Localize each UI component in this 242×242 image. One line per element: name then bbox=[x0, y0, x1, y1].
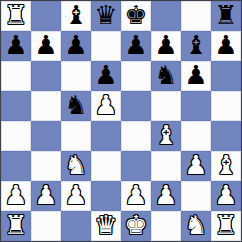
black-pawn-e7: ♟ bbox=[124, 31, 147, 60]
black-pawn-a7: ♟ bbox=[4, 31, 27, 60]
square-b2[interactable]: ♟ bbox=[31, 181, 61, 211]
square-b3[interactable] bbox=[31, 151, 61, 181]
square-b8[interactable] bbox=[31, 1, 61, 31]
chess-board: ♜♝♛♚♜♟♟♟♟♟♝♟♟♞♟♞♟♝♞♟♝♟♟♟♟♟♟♜♛♚♞♜ bbox=[0, 0, 242, 242]
square-f5[interactable] bbox=[151, 91, 181, 121]
square-e5[interactable] bbox=[121, 91, 151, 121]
square-h5[interactable] bbox=[211, 91, 241, 121]
white-pawn-c2: ♟ bbox=[64, 181, 87, 210]
chess-board-container: ♜♝♛♚♜♟♟♟♟♟♝♟♟♞♟♞♟♝♞♟♝♟♟♟♟♟♟♜♛♚♞♜ bbox=[0, 0, 242, 242]
square-d6[interactable]: ♟ bbox=[91, 61, 121, 91]
black-pawn-g6: ♟ bbox=[184, 61, 207, 90]
square-b6[interactable] bbox=[31, 61, 61, 91]
white-bishop-f4: ♝ bbox=[154, 121, 177, 150]
white-pawn-e2: ♟ bbox=[124, 181, 147, 210]
black-pawn-b7: ♟ bbox=[34, 31, 57, 60]
black-pawn-h7: ♟ bbox=[214, 31, 237, 60]
black-pawn-d6: ♟ bbox=[94, 61, 117, 90]
square-d4[interactable] bbox=[91, 121, 121, 151]
square-h2[interactable]: ♟ bbox=[211, 181, 241, 211]
white-knight-g1: ♞ bbox=[184, 211, 207, 240]
black-knight-c5: ♞ bbox=[64, 91, 87, 120]
white-pawn-d5: ♟ bbox=[94, 91, 117, 120]
white-pawn-f2: ♟ bbox=[154, 181, 177, 210]
square-f8[interactable] bbox=[151, 1, 181, 31]
black-bishop-c8: ♝ bbox=[64, 1, 87, 30]
square-f4[interactable]: ♝ bbox=[151, 121, 181, 151]
square-a1[interactable]: ♜ bbox=[1, 211, 31, 241]
square-d5[interactable]: ♟ bbox=[91, 91, 121, 121]
square-f1[interactable] bbox=[151, 211, 181, 241]
square-d7[interactable] bbox=[91, 31, 121, 61]
black-rook-h8: ♜ bbox=[214, 1, 237, 30]
square-a6[interactable] bbox=[1, 61, 31, 91]
black-bishop-g7: ♝ bbox=[184, 31, 207, 60]
square-c6[interactable] bbox=[61, 61, 91, 91]
square-h6[interactable] bbox=[211, 61, 241, 91]
square-h1[interactable]: ♜ bbox=[211, 211, 241, 241]
square-b1[interactable] bbox=[31, 211, 61, 241]
square-d8[interactable]: ♛ bbox=[91, 1, 121, 31]
square-g2[interactable] bbox=[181, 181, 211, 211]
white-pawn-h2: ♟ bbox=[214, 181, 237, 210]
white-rook-a8: ♜ bbox=[4, 1, 27, 30]
square-g3[interactable]: ♟ bbox=[181, 151, 211, 181]
square-c7[interactable]: ♟ bbox=[61, 31, 91, 61]
square-a5[interactable] bbox=[1, 91, 31, 121]
square-e2[interactable]: ♟ bbox=[121, 181, 151, 211]
square-e4[interactable] bbox=[121, 121, 151, 151]
square-f2[interactable]: ♟ bbox=[151, 181, 181, 211]
square-e8[interactable]: ♚ bbox=[121, 1, 151, 31]
square-g1[interactable]: ♞ bbox=[181, 211, 211, 241]
square-c4[interactable] bbox=[61, 121, 91, 151]
square-d1[interactable]: ♛ bbox=[91, 211, 121, 241]
square-c3[interactable]: ♞ bbox=[61, 151, 91, 181]
square-a4[interactable] bbox=[1, 121, 31, 151]
square-d3[interactable] bbox=[91, 151, 121, 181]
square-f6[interactable]: ♞ bbox=[151, 61, 181, 91]
white-pawn-g3: ♟ bbox=[184, 151, 207, 180]
white-pawn-a2: ♟ bbox=[4, 181, 27, 210]
square-h4[interactable] bbox=[211, 121, 241, 151]
white-knight-c3: ♞ bbox=[64, 151, 87, 180]
square-a8[interactable]: ♜ bbox=[1, 1, 31, 31]
white-bishop-h3: ♝ bbox=[214, 151, 237, 180]
square-e7[interactable]: ♟ bbox=[121, 31, 151, 61]
square-h7[interactable]: ♟ bbox=[211, 31, 241, 61]
square-h3[interactable]: ♝ bbox=[211, 151, 241, 181]
square-f7[interactable]: ♟ bbox=[151, 31, 181, 61]
square-a2[interactable]: ♟ bbox=[1, 181, 31, 211]
square-c5[interactable]: ♞ bbox=[61, 91, 91, 121]
square-c1[interactable] bbox=[61, 211, 91, 241]
white-queen-d1: ♛ bbox=[94, 211, 117, 240]
square-g8[interactable] bbox=[181, 1, 211, 31]
square-a3[interactable] bbox=[1, 151, 31, 181]
square-c2[interactable]: ♟ bbox=[61, 181, 91, 211]
square-f3[interactable] bbox=[151, 151, 181, 181]
square-e1[interactable]: ♚ bbox=[121, 211, 151, 241]
square-e3[interactable] bbox=[121, 151, 151, 181]
black-knight-f6: ♞ bbox=[154, 61, 177, 90]
black-king-e8: ♚ bbox=[124, 1, 147, 30]
white-rook-a1: ♜ bbox=[4, 211, 27, 240]
black-queen-d8: ♛ bbox=[94, 1, 117, 30]
square-g5[interactable] bbox=[181, 91, 211, 121]
white-rook-h1: ♜ bbox=[214, 211, 237, 240]
square-b7[interactable]: ♟ bbox=[31, 31, 61, 61]
square-a7[interactable]: ♟ bbox=[1, 31, 31, 61]
square-e6[interactable] bbox=[121, 61, 151, 91]
black-pawn-f7: ♟ bbox=[154, 31, 177, 60]
white-pawn-b2: ♟ bbox=[34, 181, 57, 210]
square-g7[interactable]: ♝ bbox=[181, 31, 211, 61]
square-b4[interactable] bbox=[31, 121, 61, 151]
square-g6[interactable]: ♟ bbox=[181, 61, 211, 91]
square-c8[interactable]: ♝ bbox=[61, 1, 91, 31]
square-g4[interactable] bbox=[181, 121, 211, 151]
square-h8[interactable]: ♜ bbox=[211, 1, 241, 31]
square-d2[interactable] bbox=[91, 181, 121, 211]
white-king-e1: ♚ bbox=[124, 211, 147, 240]
black-pawn-c7: ♟ bbox=[64, 31, 87, 60]
square-b5[interactable] bbox=[31, 91, 61, 121]
